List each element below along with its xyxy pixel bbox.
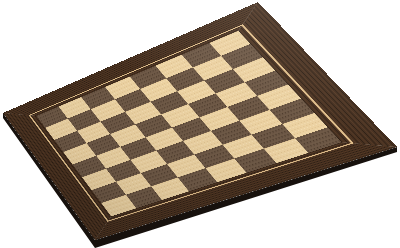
chessboard-photo [0, 0, 400, 248]
